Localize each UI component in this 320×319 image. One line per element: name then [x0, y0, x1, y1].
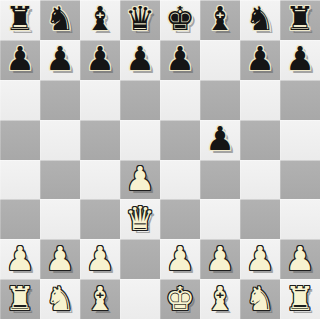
- white-bishop[interactable]: ♝: [205, 282, 235, 315]
- square-g4[interactable]: [240, 160, 280, 200]
- square-f4[interactable]: [200, 160, 240, 200]
- square-h7[interactable]: ♟: [280, 40, 320, 80]
- square-e4[interactable]: [160, 160, 200, 200]
- square-a8[interactable]: ♜: [0, 0, 40, 40]
- square-f2[interactable]: ♟: [200, 239, 240, 279]
- square-c4[interactable]: [80, 160, 120, 200]
- square-d7[interactable]: ♟: [120, 40, 160, 80]
- square-g3[interactable]: [240, 199, 280, 239]
- white-rook[interactable]: ♜: [5, 282, 35, 315]
- square-h1[interactable]: ♜: [280, 279, 320, 319]
- square-c1[interactable]: ♝: [80, 279, 120, 319]
- square-b2[interactable]: ♟: [40, 239, 80, 279]
- chess-board: ♜♞♝♛♚♝♞♜♟♟♟♟♟♟♟♟♟♛♟♟♟♟♟♟♟♜♞♝♚♝♞♜: [0, 0, 320, 319]
- black-bishop[interactable]: ♝: [85, 2, 115, 35]
- square-d5[interactable]: [120, 120, 160, 160]
- square-d4[interactable]: ♟: [120, 160, 160, 200]
- square-f7[interactable]: [200, 40, 240, 80]
- black-pawn[interactable]: ♟: [245, 42, 275, 75]
- square-a2[interactable]: ♟: [0, 239, 40, 279]
- square-b4[interactable]: [40, 160, 80, 200]
- black-pawn[interactable]: ♟: [5, 42, 35, 75]
- black-knight[interactable]: ♞: [245, 2, 275, 35]
- square-a4[interactable]: [0, 160, 40, 200]
- square-a5[interactable]: [0, 120, 40, 160]
- square-d8[interactable]: ♛: [120, 0, 160, 40]
- square-g6[interactable]: [240, 80, 280, 120]
- black-queen[interactable]: ♛: [125, 2, 155, 35]
- square-h8[interactable]: ♜: [280, 0, 320, 40]
- white-knight[interactable]: ♞: [245, 282, 275, 315]
- square-g5[interactable]: [240, 120, 280, 160]
- white-pawn[interactable]: ♟: [285, 242, 315, 275]
- square-c7[interactable]: ♟: [80, 40, 120, 80]
- white-pawn[interactable]: ♟: [165, 242, 195, 275]
- square-d6[interactable]: [120, 80, 160, 120]
- square-c5[interactable]: [80, 120, 120, 160]
- black-pawn[interactable]: ♟: [85, 42, 115, 75]
- square-g2[interactable]: ♟: [240, 239, 280, 279]
- black-pawn[interactable]: ♟: [45, 42, 75, 75]
- white-queen[interactable]: ♛: [125, 202, 155, 235]
- white-pawn[interactable]: ♟: [5, 242, 35, 275]
- square-e1[interactable]: ♚: [160, 279, 200, 319]
- black-rook[interactable]: ♜: [5, 2, 35, 35]
- black-pawn[interactable]: ♟: [205, 122, 235, 155]
- square-e5[interactable]: [160, 120, 200, 160]
- square-h5[interactable]: [280, 120, 320, 160]
- square-h4[interactable]: [280, 160, 320, 200]
- square-c3[interactable]: [80, 199, 120, 239]
- square-e3[interactable]: [160, 199, 200, 239]
- square-b8[interactable]: ♞: [40, 0, 80, 40]
- square-h6[interactable]: [280, 80, 320, 120]
- square-e8[interactable]: ♚: [160, 0, 200, 40]
- square-g7[interactable]: ♟: [240, 40, 280, 80]
- square-h3[interactable]: [280, 199, 320, 239]
- square-f1[interactable]: ♝: [200, 279, 240, 319]
- black-knight[interactable]: ♞: [45, 2, 75, 35]
- square-a7[interactable]: ♟: [0, 40, 40, 80]
- square-b7[interactable]: ♟: [40, 40, 80, 80]
- square-c8[interactable]: ♝: [80, 0, 120, 40]
- square-e2[interactable]: ♟: [160, 239, 200, 279]
- black-pawn[interactable]: ♟: [165, 42, 195, 75]
- square-b1[interactable]: ♞: [40, 279, 80, 319]
- square-d1[interactable]: [120, 279, 160, 319]
- black-rook[interactable]: ♜: [285, 2, 315, 35]
- white-pawn[interactable]: ♟: [205, 242, 235, 275]
- white-bishop[interactable]: ♝: [85, 282, 115, 315]
- square-b6[interactable]: [40, 80, 80, 120]
- square-b5[interactable]: [40, 120, 80, 160]
- square-c6[interactable]: [80, 80, 120, 120]
- square-f3[interactable]: [200, 199, 240, 239]
- square-d3[interactable]: ♛: [120, 199, 160, 239]
- white-knight[interactable]: ♞: [45, 282, 75, 315]
- black-bishop[interactable]: ♝: [205, 2, 235, 35]
- black-king[interactable]: ♚: [165, 2, 195, 35]
- square-h2[interactable]: ♟: [280, 239, 320, 279]
- square-a3[interactable]: [0, 199, 40, 239]
- square-e6[interactable]: [160, 80, 200, 120]
- square-c2[interactable]: ♟: [80, 239, 120, 279]
- square-f6[interactable]: [200, 80, 240, 120]
- square-a6[interactable]: [0, 80, 40, 120]
- square-f5[interactable]: ♟: [200, 120, 240, 160]
- square-a1[interactable]: ♜: [0, 279, 40, 319]
- white-pawn[interactable]: ♟: [125, 162, 155, 195]
- black-pawn[interactable]: ♟: [285, 42, 315, 75]
- white-pawn[interactable]: ♟: [85, 242, 115, 275]
- white-rook[interactable]: ♜: [285, 282, 315, 315]
- square-f8[interactable]: ♝: [200, 0, 240, 40]
- black-pawn[interactable]: ♟: [125, 42, 155, 75]
- white-pawn[interactable]: ♟: [245, 242, 275, 275]
- white-king[interactable]: ♚: [165, 282, 195, 315]
- square-d2[interactable]: [120, 239, 160, 279]
- square-e7[interactable]: ♟: [160, 40, 200, 80]
- square-b3[interactable]: [40, 199, 80, 239]
- square-g1[interactable]: ♞: [240, 279, 280, 319]
- white-pawn[interactable]: ♟: [45, 242, 75, 275]
- square-g8[interactable]: ♞: [240, 0, 280, 40]
